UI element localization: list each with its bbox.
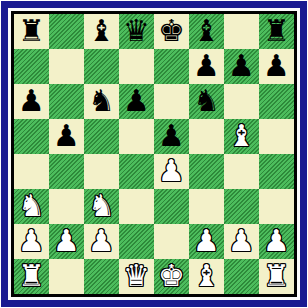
piece-bP-e5: ♟: [158, 119, 185, 153]
square-e5[interactable]: ♟: [154, 119, 189, 154]
square-f1[interactable]: ♝: [189, 259, 224, 294]
square-g5[interactable]: ♝: [224, 119, 259, 154]
chess-app-window: ♜♝♛♚♝♜♟♟♟♟♞♟♞♟♟♝♟♞♞♟♟♟♟♟♟♜♛♚♝♜: [0, 0, 308, 308]
piece-bP-d6: ♟: [123, 84, 150, 118]
square-c4[interactable]: [84, 154, 119, 189]
square-a3[interactable]: ♞: [14, 189, 49, 224]
piece-wN-c3: ♞: [88, 189, 115, 223]
square-g2[interactable]: ♟: [224, 224, 259, 259]
square-e3[interactable]: [154, 189, 189, 224]
square-c6[interactable]: ♞: [84, 84, 119, 119]
square-d8[interactable]: ♛: [119, 14, 154, 49]
piece-bP-h7: ♟: [263, 49, 290, 83]
square-a7[interactable]: [14, 49, 49, 84]
piece-wP-c2: ♟: [88, 224, 115, 258]
square-e6[interactable]: [154, 84, 189, 119]
square-e7[interactable]: [154, 49, 189, 84]
square-f3[interactable]: [189, 189, 224, 224]
square-e8[interactable]: ♚: [154, 14, 189, 49]
square-g8[interactable]: [224, 14, 259, 49]
square-a2[interactable]: ♟: [14, 224, 49, 259]
square-b1[interactable]: [49, 259, 84, 294]
square-d6[interactable]: ♟: [119, 84, 154, 119]
square-b2[interactable]: ♟: [49, 224, 84, 259]
piece-bR-a8: ♜: [18, 14, 45, 48]
chess-board: ♜♝♛♚♝♜♟♟♟♟♞♟♞♟♟♝♟♞♞♟♟♟♟♟♟♜♛♚♝♜: [14, 14, 294, 294]
piece-wP-g2: ♟: [228, 224, 255, 258]
square-a1[interactable]: ♜: [14, 259, 49, 294]
square-c5[interactable]: [84, 119, 119, 154]
square-b7[interactable]: [49, 49, 84, 84]
piece-wN-a3: ♞: [18, 189, 45, 223]
piece-wP-h2: ♟: [263, 224, 290, 258]
square-h6[interactable]: [259, 84, 294, 119]
piece-wP-f2: ♟: [193, 224, 220, 258]
piece-bB-c8: ♝: [88, 14, 115, 48]
square-d2[interactable]: [119, 224, 154, 259]
square-h1[interactable]: ♜: [259, 259, 294, 294]
square-c2[interactable]: ♟: [84, 224, 119, 259]
square-c3[interactable]: ♞: [84, 189, 119, 224]
piece-wR-a1: ♜: [18, 259, 45, 293]
piece-bN-f6: ♞: [193, 84, 220, 118]
square-b3[interactable]: [49, 189, 84, 224]
square-f8[interactable]: ♝: [189, 14, 224, 49]
square-h4[interactable]: [259, 154, 294, 189]
square-f7[interactable]: ♟: [189, 49, 224, 84]
square-d4[interactable]: [119, 154, 154, 189]
square-g6[interactable]: [224, 84, 259, 119]
square-b8[interactable]: [49, 14, 84, 49]
piece-bP-a6: ♟: [18, 84, 45, 118]
square-d3[interactable]: [119, 189, 154, 224]
piece-bQ-d8: ♛: [123, 14, 150, 48]
square-b6[interactable]: [49, 84, 84, 119]
square-f6[interactable]: ♞: [189, 84, 224, 119]
piece-wQ-d1: ♛: [123, 259, 150, 293]
square-e2[interactable]: [154, 224, 189, 259]
square-g4[interactable]: [224, 154, 259, 189]
square-b5[interactable]: ♟: [49, 119, 84, 154]
square-g1[interactable]: [224, 259, 259, 294]
square-h3[interactable]: [259, 189, 294, 224]
piece-wP-a2: ♟: [18, 224, 45, 258]
square-c8[interactable]: ♝: [84, 14, 119, 49]
square-e1[interactable]: ♚: [154, 259, 189, 294]
piece-wP-e4: ♟: [158, 154, 185, 188]
piece-bB-f8: ♝: [193, 14, 220, 48]
piece-wB-f1: ♝: [193, 259, 220, 293]
square-d7[interactable]: [119, 49, 154, 84]
square-d1[interactable]: ♛: [119, 259, 154, 294]
square-a6[interactable]: ♟: [14, 84, 49, 119]
piece-bP-f7: ♟: [193, 49, 220, 83]
square-g3[interactable]: [224, 189, 259, 224]
square-f2[interactable]: ♟: [189, 224, 224, 259]
piece-wK-e1: ♚: [158, 259, 185, 293]
piece-bR-h8: ♜: [263, 14, 290, 48]
square-d5[interactable]: [119, 119, 154, 154]
square-a8[interactable]: ♜: [14, 14, 49, 49]
square-f4[interactable]: [189, 154, 224, 189]
square-e4[interactable]: ♟: [154, 154, 189, 189]
square-h8[interactable]: ♜: [259, 14, 294, 49]
piece-wB-g5: ♝: [228, 119, 255, 153]
square-h5[interactable]: [259, 119, 294, 154]
square-a5[interactable]: [14, 119, 49, 154]
piece-bP-b5: ♟: [53, 119, 80, 153]
square-f5[interactable]: [189, 119, 224, 154]
square-b4[interactable]: [49, 154, 84, 189]
piece-wP-b2: ♟: [53, 224, 80, 258]
square-a4[interactable]: [14, 154, 49, 189]
piece-bP-g7: ♟: [228, 49, 255, 83]
piece-bN-c6: ♞: [88, 84, 115, 118]
square-c7[interactable]: [84, 49, 119, 84]
square-h2[interactable]: ♟: [259, 224, 294, 259]
piece-bK-e8: ♚: [158, 14, 185, 48]
square-h7[interactable]: ♟: [259, 49, 294, 84]
square-c1[interactable]: [84, 259, 119, 294]
piece-wR-h1: ♜: [263, 259, 290, 293]
square-g7[interactable]: ♟: [224, 49, 259, 84]
